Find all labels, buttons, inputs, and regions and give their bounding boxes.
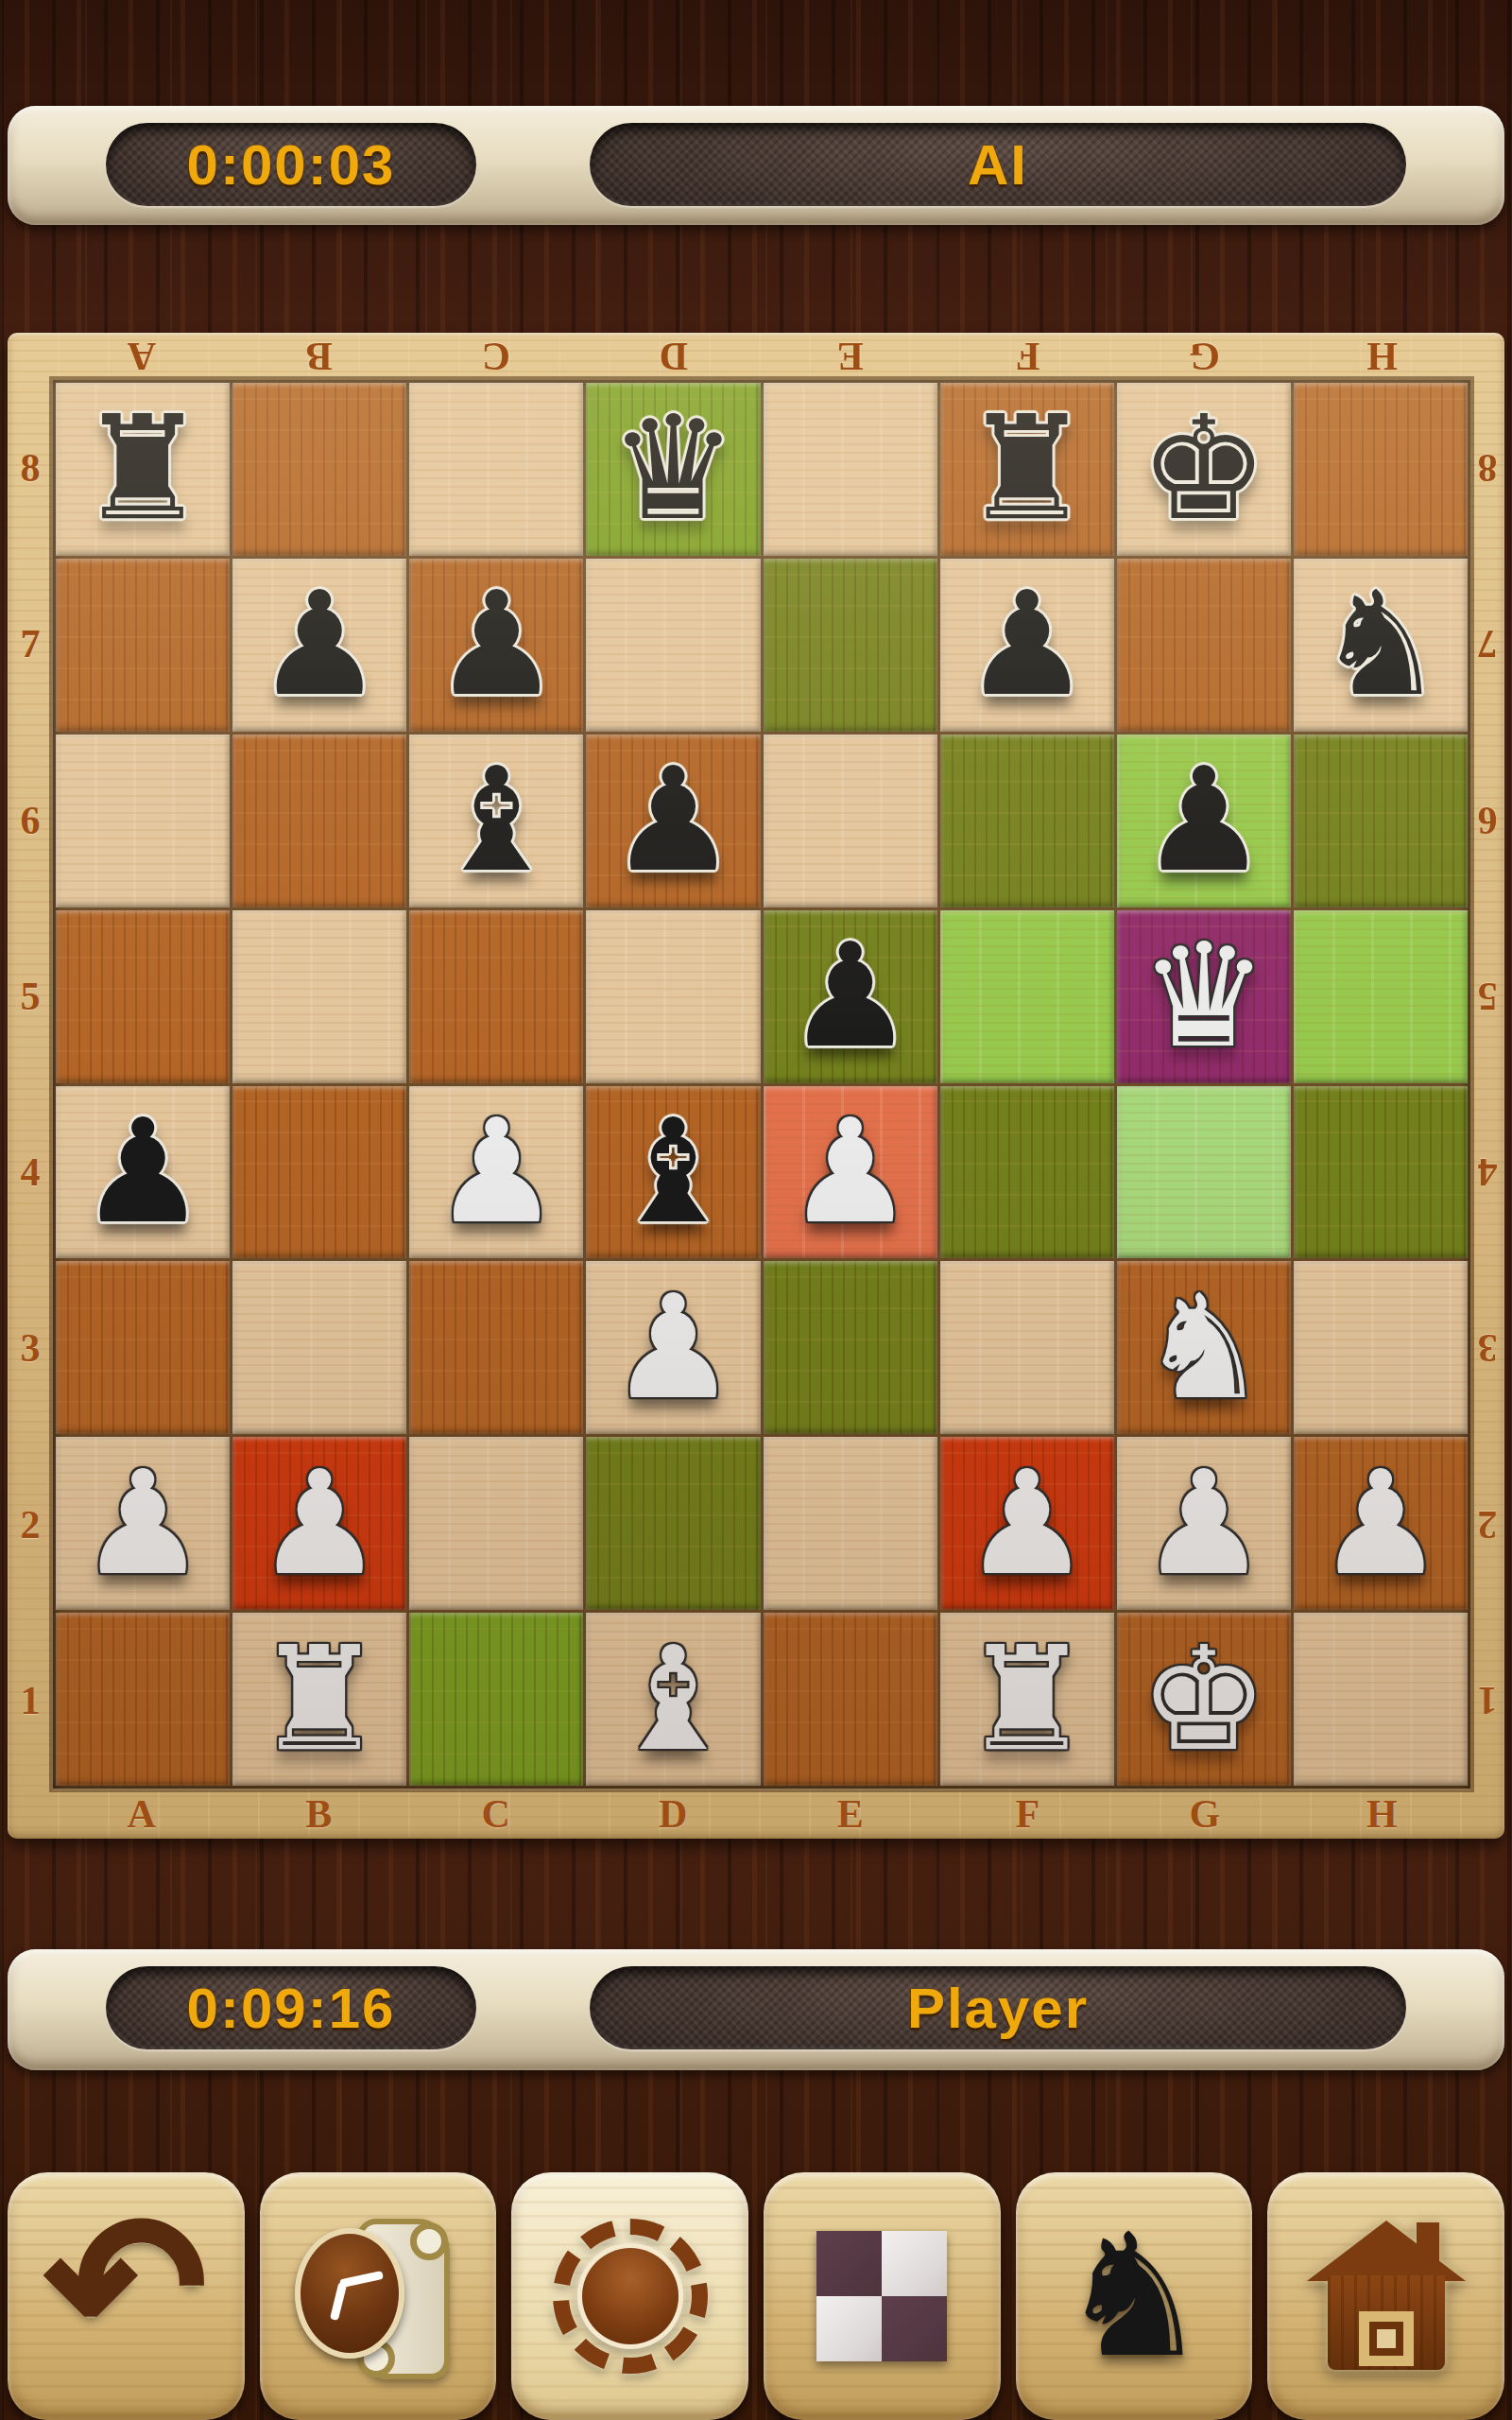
square-e6[interactable] <box>764 735 937 907</box>
square-f3[interactable] <box>940 1261 1114 1434</box>
coordinate-label-3: 3 <box>1470 1260 1504 1436</box>
coordinate-label-A: A <box>53 333 231 380</box>
coordinate-label-4: 4 <box>1470 1084 1504 1260</box>
player-name: Player <box>907 1976 1089 2041</box>
opponent-clock: 0:00:03 <box>106 123 476 206</box>
undo-arrow-icon: ↶ <box>44 2172 207 2397</box>
square-b7[interactable]: ♟ <box>232 559 406 732</box>
square-e3[interactable] <box>764 1261 937 1434</box>
square-b5[interactable] <box>232 910 406 1083</box>
white-king[interactable]: ♚ <box>1140 1628 1268 1772</box>
square-a2[interactable]: ♟ <box>56 1437 230 1610</box>
square-f4[interactable] <box>940 1086 1114 1259</box>
square-d1[interactable]: ♝ <box>586 1613 760 1786</box>
square-b6[interactable] <box>232 735 406 907</box>
square-c6[interactable]: ♝ <box>409 735 583 907</box>
square-e2[interactable] <box>764 1437 937 1610</box>
square-d5[interactable] <box>586 910 760 1083</box>
square-f6[interactable] <box>940 735 1114 907</box>
history-button[interactable] <box>260 2172 497 2420</box>
square-d7[interactable] <box>586 559 760 732</box>
square-d3[interactable]: ♟ <box>586 1261 760 1434</box>
square-d6[interactable]: ♟ <box>586 735 760 907</box>
square-f5[interactable] <box>940 910 1114 1083</box>
coordinate-label-7: 7 <box>1470 556 1504 732</box>
black-pawn[interactable]: ♟ <box>963 573 1091 717</box>
player-bar: 0:09:16 Player <box>8 1949 1504 2070</box>
square-h2[interactable]: ♟ <box>1294 1437 1468 1610</box>
coordinate-label-1: 1 <box>8 1613 53 1789</box>
coordinate-label-C: C <box>407 333 585 380</box>
white-knight[interactable]: ♞ <box>1140 1276 1268 1420</box>
square-g2[interactable]: ♟ <box>1117 1437 1291 1610</box>
opponent-bar: 0:00:03 AI <box>8 106 1504 225</box>
white-pawn[interactable]: ♟ <box>785 1100 914 1244</box>
square-g1[interactable]: ♚ <box>1117 1613 1291 1786</box>
white-pawn[interactable]: ♟ <box>963 1452 1091 1596</box>
square-g3[interactable]: ♞ <box>1117 1261 1291 1434</box>
coordinate-label-E: E <box>762 333 939 380</box>
coordinate-label-D: D <box>585 1789 763 1839</box>
square-a1[interactable] <box>56 1613 230 1786</box>
knight-icon: ♞ <box>1057 2211 1210 2381</box>
coordinate-label-8: 8 <box>8 380 53 556</box>
white-pawn[interactable]: ♟ <box>255 1452 384 1596</box>
coordinate-label-F: F <box>939 333 1117 380</box>
square-b4[interactable] <box>232 1086 406 1259</box>
square-a6[interactable] <box>56 735 230 907</box>
square-g6[interactable]: ♟ <box>1117 735 1291 907</box>
coordinate-label-4: 4 <box>8 1084 53 1260</box>
home-icon <box>1303 2219 1469 2374</box>
square-a7[interactable] <box>56 559 230 732</box>
square-h1[interactable] <box>1294 1613 1468 1786</box>
square-f1[interactable]: ♜ <box>940 1613 1114 1786</box>
player-nameplate: Player <box>590 1966 1406 2049</box>
white-pawn[interactable]: ♟ <box>1140 1452 1268 1596</box>
coordinate-label-5: 5 <box>1470 908 1504 1084</box>
square-g5[interactable]: ♛ <box>1117 910 1291 1083</box>
square-a8[interactable]: ♜ <box>56 383 230 556</box>
coordinate-label-7: 7 <box>8 556 53 732</box>
white-pawn[interactable]: ♟ <box>609 1276 737 1420</box>
square-g7[interactable] <box>1117 559 1291 732</box>
player-clock-value: 0:09:16 <box>187 1976 396 2041</box>
black-pawn[interactable]: ♟ <box>432 573 560 717</box>
white-pawn[interactable]: ♟ <box>1316 1452 1445 1596</box>
coordinate-label-6: 6 <box>1470 733 1504 908</box>
square-c4[interactable]: ♟ <box>409 1086 583 1259</box>
square-h3[interactable] <box>1294 1261 1468 1434</box>
square-d8[interactable]: ♛ <box>586 383 760 556</box>
black-knight[interactable]: ♞ <box>1316 573 1445 717</box>
square-h4[interactable] <box>1294 1086 1468 1259</box>
square-h6[interactable] <box>1294 735 1468 907</box>
square-h7[interactable]: ♞ <box>1294 559 1468 732</box>
square-e7[interactable] <box>764 559 937 732</box>
square-f8[interactable]: ♜ <box>940 383 1114 556</box>
coordinate-label-8: 8 <box>1470 380 1504 556</box>
coordinate-label-6: 6 <box>8 733 53 908</box>
white-bishop[interactable]: ♝ <box>609 1628 737 1772</box>
square-c3[interactable] <box>409 1261 583 1434</box>
black-rook[interactable]: ♜ <box>78 397 207 541</box>
white-pawn[interactable]: ♟ <box>78 1452 207 1596</box>
square-c8[interactable] <box>409 383 583 556</box>
square-c7[interactable]: ♟ <box>409 559 583 732</box>
player-clock: 0:09:16 <box>106 1966 476 2049</box>
opponent-name: AI <box>968 132 1028 198</box>
square-b8[interactable] <box>232 383 406 556</box>
square-d2[interactable] <box>586 1437 760 1610</box>
square-a3[interactable] <box>56 1261 230 1434</box>
square-e8[interactable] <box>764 383 937 556</box>
white-rook[interactable]: ♜ <box>255 1628 384 1772</box>
square-a4[interactable]: ♟ <box>56 1086 230 1259</box>
square-h8[interactable] <box>1294 383 1468 556</box>
black-pawn[interactable]: ♟ <box>609 749 737 892</box>
coordinate-label-5: 5 <box>8 908 53 1084</box>
coordinate-label-G: G <box>1116 333 1294 380</box>
board-squares: ♜♛♜♚♟♟♟♞♝♟♟♟♛♟♟♝♟♟♞♟♟♟♟♟♜♝♜♚ <box>53 380 1470 1789</box>
coordinate-label-B: B <box>231 333 408 380</box>
opponent-nameplate: AI <box>590 123 1406 206</box>
coordinate-label-E: E <box>762 1789 939 1839</box>
rank-labels-left: 87654321 <box>8 380 53 1789</box>
coordinate-label-H: H <box>1294 1789 1471 1839</box>
coordinate-label-A: A <box>53 1789 231 1839</box>
black-king[interactable]: ♚ <box>1140 397 1268 541</box>
square-c2[interactable] <box>409 1437 583 1610</box>
black-rook[interactable]: ♜ <box>963 397 1091 541</box>
coordinate-label-H: H <box>1294 333 1471 380</box>
coordinate-label-2: 2 <box>1470 1437 1504 1613</box>
toolbar: ↶ ♞ <box>0 2172 1512 2420</box>
coordinate-label-D: D <box>585 333 763 380</box>
white-pawn[interactable]: ♟ <box>432 1100 560 1244</box>
chess-board: ABCDEFGH 87654321 ♜♛♜♚♟♟♟♞♝♟♟♟♛♟♟♝♟♟♞♟♟♟… <box>8 333 1504 1839</box>
gear-sun-icon <box>553 2219 708 2374</box>
square-d4[interactable]: ♝ <box>586 1086 760 1259</box>
coordinate-label-2: 2 <box>8 1437 53 1613</box>
checkerboard-icon <box>816 2231 947 2361</box>
square-f7[interactable]: ♟ <box>940 559 1114 732</box>
black-pawn[interactable]: ♟ <box>78 1100 207 1244</box>
square-e4[interactable]: ♟ <box>764 1086 937 1259</box>
black-queen[interactable]: ♛ <box>609 397 737 541</box>
coordinate-label-G: G <box>1116 1789 1294 1839</box>
pieces-style-button[interactable]: ♞ <box>1016 2172 1253 2420</box>
white-queen[interactable]: ♛ <box>1140 925 1268 1068</box>
square-e1[interactable] <box>764 1613 937 1786</box>
coordinate-label-3: 3 <box>8 1260 53 1436</box>
square-g8[interactable]: ♚ <box>1117 383 1291 556</box>
opponent-clock-value: 0:00:03 <box>187 132 396 198</box>
coordinate-label-F: F <box>939 1789 1117 1839</box>
black-bishop[interactable]: ♝ <box>609 1100 737 1244</box>
square-e5[interactable]: ♟ <box>764 910 937 1083</box>
black-bishop[interactable]: ♝ <box>432 749 560 892</box>
square-a5[interactable] <box>56 910 230 1083</box>
black-pawn[interactable]: ♟ <box>255 573 384 717</box>
square-g4[interactable] <box>1117 1086 1291 1259</box>
square-f2[interactable]: ♟ <box>940 1437 1114 1610</box>
square-b3[interactable] <box>232 1261 406 1434</box>
board-theme-button[interactable] <box>764 2172 1001 2420</box>
square-b2[interactable]: ♟ <box>232 1437 406 1610</box>
rank-labels-right: 87654321 <box>1470 380 1504 1789</box>
coordinate-label-C: C <box>407 1789 585 1839</box>
square-c5[interactable] <box>409 910 583 1083</box>
white-rook[interactable]: ♜ <box>963 1628 1091 1772</box>
undo-button[interactable]: ↶ <box>8 2172 245 2420</box>
home-button[interactable] <box>1267 2172 1504 2420</box>
black-pawn[interactable]: ♟ <box>1140 749 1268 892</box>
black-pawn[interactable]: ♟ <box>785 925 914 1068</box>
square-c1[interactable] <box>409 1613 583 1786</box>
file-labels-bottom: ABCDEFGH <box>53 1789 1470 1839</box>
clock-scroll-icon <box>293 2211 463 2381</box>
settings-button[interactable] <box>511 2172 748 2420</box>
coordinate-label-B: B <box>231 1789 408 1839</box>
square-h5[interactable] <box>1294 910 1468 1083</box>
file-labels-top: ABCDEFGH <box>53 333 1470 380</box>
square-b1[interactable]: ♜ <box>232 1613 406 1786</box>
coordinate-label-1: 1 <box>1470 1613 1504 1789</box>
